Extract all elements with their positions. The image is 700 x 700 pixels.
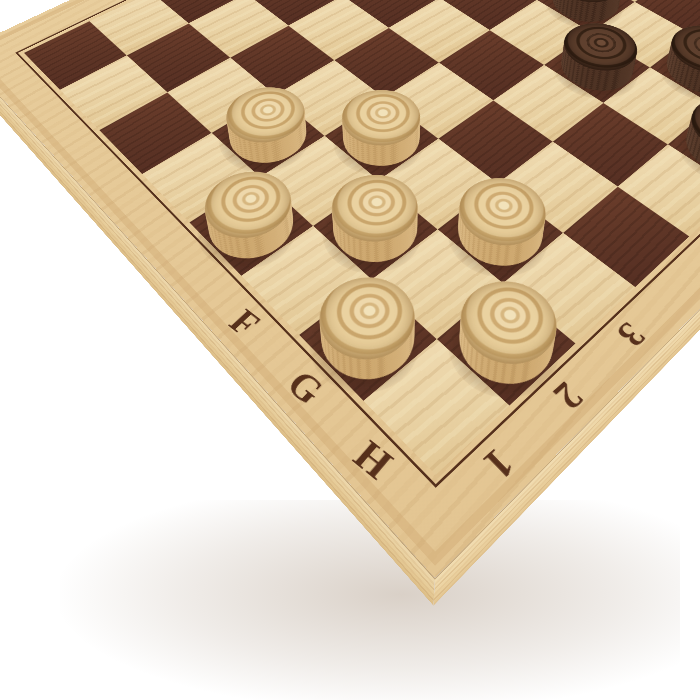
file-label-g: G (280, 364, 331, 411)
checkers-board: FGH123 (0, 0, 700, 578)
rank-label-3: 3 (610, 316, 653, 353)
perspective-scene: FGH123 (0, 0, 700, 700)
rank-label-1: 1 (476, 442, 522, 488)
file-label-f: F (223, 304, 267, 343)
rank-label-2: 2 (546, 376, 590, 417)
photo-stage: FGH123 (0, 0, 700, 700)
